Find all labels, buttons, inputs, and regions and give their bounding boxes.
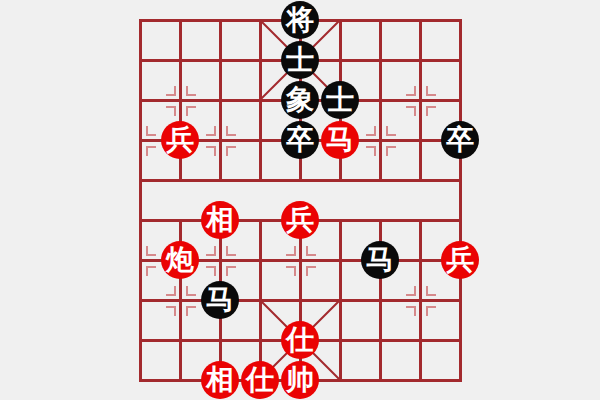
intersection-f6r8[interactable] [360, 320, 400, 360]
intersection-f4r6[interactable] [280, 240, 320, 280]
intersection-f3r7[interactable] [240, 280, 280, 320]
intersection-f1r5[interactable] [160, 200, 200, 240]
intersection-f0r2[interactable] [120, 80, 160, 120]
intersection-f7r2[interactable] [400, 80, 440, 120]
intersection-f5r6[interactable] [320, 240, 360, 280]
intersection-f8r4[interactable] [440, 160, 480, 200]
intersection-f1r6[interactable]: 炮 [160, 240, 200, 280]
intersection-f1r9[interactable] [160, 360, 200, 400]
intersection-f7r7[interactable] [400, 280, 440, 320]
intersection-f8r9[interactable] [440, 360, 480, 400]
red-advisor[interactable]: 仕 [281, 321, 319, 359]
intersection-f2r1[interactable] [200, 40, 240, 80]
black-horse[interactable]: 马 [361, 241, 399, 279]
black-advisor[interactable]: 士 [281, 41, 319, 79]
intersection-f0r4[interactable] [120, 160, 160, 200]
intersection-f8r0[interactable] [440, 0, 480, 40]
intersection-f7r9[interactable] [400, 360, 440, 400]
intersection-f4r9[interactable]: 帅 [280, 360, 320, 400]
intersection-f3r1[interactable] [240, 40, 280, 80]
intersection-f5r1[interactable] [320, 40, 360, 80]
intersection-f8r7[interactable] [440, 280, 480, 320]
intersection-f8r3[interactable]: 卒 [440, 120, 480, 160]
intersection-f5r0[interactable] [320, 0, 360, 40]
intersection-f5r8[interactable] [320, 320, 360, 360]
red-soldier[interactable]: 兵 [281, 201, 319, 239]
intersection-f6r2[interactable] [360, 80, 400, 120]
intersection-f1r3[interactable]: 兵 [160, 120, 200, 160]
red-advisor[interactable]: 仕 [241, 361, 279, 399]
intersection-f0r7[interactable] [120, 280, 160, 320]
intersection-f2r2[interactable] [200, 80, 240, 120]
intersection-f4r2[interactable]: 象 [280, 80, 320, 120]
xiangqi-board: 将士象士兵卒马卒相兵炮马兵马仕相仕帅 [120, 0, 480, 400]
intersection-f4r0[interactable]: 将 [280, 0, 320, 40]
intersection-f2r9[interactable]: 相 [200, 360, 240, 400]
intersection-f6r0[interactable] [360, 0, 400, 40]
intersection-f1r1[interactable] [160, 40, 200, 80]
black-soldier[interactable]: 卒 [441, 121, 479, 159]
black-general[interactable]: 将 [281, 1, 319, 39]
intersection-f0r5[interactable] [120, 200, 160, 240]
intersection-f7r4[interactable] [400, 160, 440, 200]
intersection-f8r2[interactable] [440, 80, 480, 120]
red-soldier[interactable]: 兵 [161, 121, 199, 159]
intersection-f2r0[interactable] [200, 0, 240, 40]
red-general[interactable]: 帅 [281, 361, 319, 399]
black-advisor[interactable]: 士 [321, 81, 359, 119]
intersection-f3r8[interactable] [240, 320, 280, 360]
intersection-f6r4[interactable] [360, 160, 400, 200]
intersection-f7r3[interactable] [400, 120, 440, 160]
intersection-f4r1[interactable]: 士 [280, 40, 320, 80]
intersection-f5r5[interactable] [320, 200, 360, 240]
intersection-f4r4[interactable] [280, 160, 320, 200]
red-horse[interactable]: 马 [321, 121, 359, 159]
black-elephant[interactable]: 象 [281, 81, 319, 119]
xiangqi-screen: 将士象士兵卒马卒相兵炮马兵马仕相仕帅 [0, 0, 600, 400]
red-elephant[interactable]: 相 [201, 201, 239, 239]
intersection-f7r8[interactable] [400, 320, 440, 360]
intersection-f8r5[interactable] [440, 200, 480, 240]
intersection-f7r5[interactable] [400, 200, 440, 240]
intersection-f0r9[interactable] [120, 360, 160, 400]
intersection-f0r1[interactable] [120, 40, 160, 80]
intersection-f4r8[interactable]: 仕 [280, 320, 320, 360]
intersection-f2r5[interactable]: 相 [200, 200, 240, 240]
intersection-f1r4[interactable] [160, 160, 200, 200]
red-soldier[interactable]: 兵 [441, 241, 479, 279]
black-soldier[interactable]: 卒 [281, 121, 319, 159]
intersection-f3r4[interactable] [240, 160, 280, 200]
intersection-f5r2[interactable]: 士 [320, 80, 360, 120]
intersection-f6r1[interactable] [360, 40, 400, 80]
intersection-f4r7[interactable] [280, 280, 320, 320]
intersection-f0r8[interactable] [120, 320, 160, 360]
intersection-f3r3[interactable] [240, 120, 280, 160]
intersection-f3r6[interactable] [240, 240, 280, 280]
intersection-f6r7[interactable] [360, 280, 400, 320]
intersection-f5r4[interactable] [320, 160, 360, 200]
intersection-f1r2[interactable] [160, 80, 200, 120]
intersection-f8r1[interactable] [440, 40, 480, 80]
intersection-f4r5[interactable]: 兵 [280, 200, 320, 240]
intersection-f1r8[interactable] [160, 320, 200, 360]
red-elephant[interactable]: 相 [201, 361, 239, 399]
intersection-f0r6[interactable] [120, 240, 160, 280]
intersection-f2r8[interactable] [200, 320, 240, 360]
intersection-f7r6[interactable] [400, 240, 440, 280]
intersection-f8r8[interactable] [440, 320, 480, 360]
intersection-f2r3[interactable] [200, 120, 240, 160]
intersection-f6r9[interactable] [360, 360, 400, 400]
intersection-f5r9[interactable] [320, 360, 360, 400]
intersection-f8r6[interactable]: 兵 [440, 240, 480, 280]
intersection-f0r3[interactable] [120, 120, 160, 160]
intersection-f3r9[interactable]: 仕 [240, 360, 280, 400]
intersection-f3r2[interactable] [240, 80, 280, 120]
intersection-f3r5[interactable] [240, 200, 280, 240]
intersection-f2r7[interactable]: 马 [200, 280, 240, 320]
intersection-f5r3[interactable]: 马 [320, 120, 360, 160]
intersection-f4r3[interactable]: 卒 [280, 120, 320, 160]
intersection-f3r0[interactable] [240, 0, 280, 40]
intersection-f7r1[interactable] [400, 40, 440, 80]
intersection-f6r6[interactable]: 马 [360, 240, 400, 280]
intersection-f1r7[interactable] [160, 280, 200, 320]
intersection-f1r0[interactable] [160, 0, 200, 40]
intersection-f2r4[interactable] [200, 160, 240, 200]
intersection-f6r5[interactable] [360, 200, 400, 240]
intersection-f5r7[interactable] [320, 280, 360, 320]
intersection-f6r3[interactable] [360, 120, 400, 160]
red-cannon[interactable]: 炮 [161, 241, 199, 279]
intersection-f7r0[interactable] [400, 0, 440, 40]
black-horse[interactable]: 马 [201, 281, 239, 319]
intersection-f2r6[interactable] [200, 240, 240, 280]
intersection-f0r0[interactable] [120, 0, 160, 40]
